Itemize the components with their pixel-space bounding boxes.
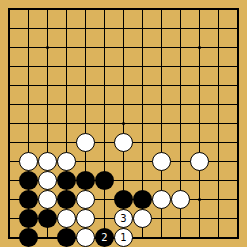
board-intersection — [190, 76, 209, 95]
grid-line-v — [161, 38, 162, 57]
board-intersection — [19, 76, 38, 95]
board-intersection — [57, 133, 76, 152]
grid-line-v — [28, 133, 29, 152]
board-intersection — [133, 0, 152, 19]
board-intersection — [133, 76, 152, 95]
grid-line-v — [218, 57, 219, 76]
white-stone — [76, 190, 95, 209]
grid-line-v — [8, 171, 10, 190]
board-intersection — [152, 0, 171, 19]
board-intersection — [76, 209, 95, 228]
grid-line-v — [8, 76, 10, 95]
grid-line-v — [47, 114, 48, 133]
board-intersection — [171, 171, 190, 190]
board-intersection — [0, 133, 19, 152]
board-intersection — [95, 133, 114, 152]
board-intersection — [209, 209, 228, 228]
grid-line-v — [180, 171, 181, 190]
board-intersection — [76, 152, 95, 171]
star-point — [198, 198, 201, 201]
board-intersection — [76, 114, 95, 133]
grid-line-v — [104, 190, 105, 209]
board-intersection — [0, 76, 19, 95]
black-stone — [57, 228, 76, 247]
board-intersection — [57, 95, 76, 114]
board-intersection — [228, 38, 247, 57]
grid-line-v — [218, 152, 219, 171]
white-stone — [76, 228, 95, 247]
grid-line-v — [66, 133, 67, 152]
grid-line-v — [180, 8, 181, 19]
board-intersection — [190, 171, 209, 190]
board-intersection — [76, 57, 95, 76]
grid-line-v — [161, 19, 162, 38]
board-intersection — [209, 57, 228, 76]
grid-line-v — [85, 152, 86, 171]
board-intersection — [209, 228, 228, 247]
board-intersection — [95, 95, 114, 114]
grid-line-v — [28, 95, 29, 114]
grid-line-v — [218, 133, 219, 152]
board-intersection — [19, 19, 38, 38]
white-stone — [152, 190, 171, 209]
board-intersection — [190, 0, 209, 19]
board-intersection — [95, 38, 114, 57]
board-intersection — [228, 95, 247, 114]
board-intersection — [76, 19, 95, 38]
grid-line-v — [8, 95, 10, 114]
grid-line-v — [47, 228, 48, 239]
grid-line-v — [237, 133, 239, 152]
grid-line-v — [123, 152, 124, 171]
board-intersection — [171, 95, 190, 114]
board-intersection — [152, 171, 171, 190]
board-intersection — [209, 190, 228, 209]
white-stone — [57, 209, 76, 228]
grid-line-v — [218, 190, 219, 209]
board-intersection — [133, 57, 152, 76]
board-intersection — [19, 133, 38, 152]
white-stone — [19, 152, 38, 171]
board-intersection — [19, 171, 38, 190]
board-intersection — [38, 95, 57, 114]
grid-line-v — [66, 19, 67, 38]
grid-line-v — [142, 76, 143, 95]
board-intersection — [95, 190, 114, 209]
board-intersection — [38, 152, 57, 171]
board-intersection — [209, 171, 228, 190]
grid-line-v — [142, 228, 143, 239]
grid-line-v — [28, 114, 29, 133]
grid-line-v — [180, 38, 181, 57]
board-intersection — [76, 38, 95, 57]
grid-line-v — [104, 209, 105, 228]
board-intersection — [171, 209, 190, 228]
grid-line-v — [199, 228, 200, 239]
board-intersection — [209, 19, 228, 38]
board-intersection — [209, 152, 228, 171]
star-point — [122, 122, 125, 125]
grid-line-v — [123, 19, 124, 38]
grid-line-v — [47, 57, 48, 76]
board-intersection — [19, 57, 38, 76]
board-intersection — [228, 171, 247, 190]
grid-line-v — [142, 133, 143, 152]
grid-line-v — [142, 95, 143, 114]
grid-line-v — [8, 152, 10, 171]
grid-line-v — [180, 228, 181, 239]
grid-line-v — [142, 114, 143, 133]
black-stone — [95, 171, 114, 190]
board-intersection — [95, 209, 114, 228]
board-intersection — [133, 228, 152, 247]
board-intersection — [57, 0, 76, 19]
board-intersection — [57, 190, 76, 209]
board-intersection — [57, 171, 76, 190]
grid-line-v — [66, 8, 67, 19]
grid-line-v — [142, 8, 143, 19]
grid-line-v — [28, 76, 29, 95]
board-intersection — [190, 95, 209, 114]
grid-line-v — [104, 152, 105, 171]
grid-line-v — [237, 228, 239, 239]
board-intersection — [38, 133, 57, 152]
board-intersection — [57, 152, 76, 171]
board-intersection — [57, 114, 76, 133]
board-intersection — [190, 228, 209, 247]
grid-line-v — [199, 76, 200, 95]
board-intersection — [19, 95, 38, 114]
grid-line-v — [28, 8, 29, 19]
grid-line-v — [85, 114, 86, 133]
board-intersection — [19, 114, 38, 133]
grid-line-v — [237, 19, 239, 38]
board-intersection — [0, 114, 19, 133]
board-intersection — [0, 152, 19, 171]
board-intersection — [95, 114, 114, 133]
grid-line-v — [161, 171, 162, 190]
grid-line-v — [28, 19, 29, 38]
board-intersection — [0, 209, 19, 228]
grid-line-v — [104, 8, 105, 19]
grid-line-v — [66, 57, 67, 76]
grid-line-v — [161, 228, 162, 239]
grid-line-v — [199, 19, 200, 38]
grid-line-v — [180, 95, 181, 114]
board-intersection — [190, 57, 209, 76]
board-intersection — [171, 228, 190, 247]
board-intersection — [152, 38, 171, 57]
board-intersection — [171, 19, 190, 38]
board-intersection — [133, 209, 152, 228]
board-intersection — [114, 57, 133, 76]
grid-line-v — [104, 57, 105, 76]
board-intersection — [57, 209, 76, 228]
board-intersection — [190, 133, 209, 152]
board-intersection — [57, 76, 76, 95]
board-intersection — [57, 38, 76, 57]
board-intersection — [114, 133, 133, 152]
board-intersection — [209, 114, 228, 133]
board-intersection — [38, 19, 57, 38]
grid-line-v — [161, 57, 162, 76]
grid-line-v — [47, 76, 48, 95]
grid-line-v — [8, 209, 10, 228]
grid-line-v — [199, 114, 200, 133]
board-intersection — [152, 190, 171, 209]
board-intersection — [114, 95, 133, 114]
board-intersection — [228, 19, 247, 38]
grid-line-v — [199, 57, 200, 76]
board-intersection — [171, 76, 190, 95]
board-intersection — [152, 114, 171, 133]
board-intersection — [95, 19, 114, 38]
grid-line-v — [85, 95, 86, 114]
grid-line-v — [180, 133, 181, 152]
grid-line-v — [142, 152, 143, 171]
board-intersection — [190, 19, 209, 38]
board-intersection — [38, 114, 57, 133]
board-intersection — [57, 228, 76, 247]
grid-line-v — [8, 133, 10, 152]
grid-line-v — [66, 114, 67, 133]
board-intersection — [38, 209, 57, 228]
board-intersection — [228, 57, 247, 76]
board-intersection — [190, 190, 209, 209]
board-intersection — [171, 114, 190, 133]
board-intersection — [133, 95, 152, 114]
board-intersection — [209, 76, 228, 95]
grid-line-v — [8, 19, 10, 38]
grid-line-v — [85, 76, 86, 95]
board-intersection — [171, 190, 190, 209]
grid-line-v — [85, 8, 86, 19]
grid-line-v — [123, 76, 124, 95]
grid-line-v — [237, 114, 239, 133]
board-intersection — [95, 76, 114, 95]
grid-line-v — [237, 38, 239, 57]
board-intersection — [0, 228, 19, 247]
star-point — [198, 46, 201, 49]
go-board: 321 — [0, 0, 247, 247]
board-intersection — [152, 95, 171, 114]
grid-line-v — [180, 57, 181, 76]
board-intersection — [114, 38, 133, 57]
white-stone — [38, 190, 57, 209]
board-intersection — [19, 152, 38, 171]
grid-line-v — [199, 8, 200, 19]
board-intersection — [228, 0, 247, 19]
board-intersection — [228, 76, 247, 95]
grid-line-v — [123, 8, 124, 19]
grid-line-v — [218, 114, 219, 133]
grid-line-v — [199, 209, 200, 228]
grid-line-v — [237, 8, 239, 19]
white-stone — [171, 190, 190, 209]
black-stone — [133, 190, 152, 209]
white-stone — [114, 133, 133, 152]
board-intersection — [152, 152, 171, 171]
grid-line-v — [66, 95, 67, 114]
grid-line-v — [237, 171, 239, 190]
grid-line-v — [237, 209, 239, 228]
board-intersection — [114, 114, 133, 133]
board-intersection — [19, 38, 38, 57]
grid-line-v — [8, 38, 10, 57]
grid-line-v — [47, 133, 48, 152]
board-intersection — [133, 190, 152, 209]
board-intersection — [114, 152, 133, 171]
grid-line-v — [161, 114, 162, 133]
grid-line-v — [237, 76, 239, 95]
grid-line-v — [161, 133, 162, 152]
black-stone — [19, 171, 38, 190]
board-intersection — [190, 209, 209, 228]
board-intersection — [190, 152, 209, 171]
grid-line-v — [8, 8, 10, 19]
board-intersection — [38, 190, 57, 209]
board-intersection — [228, 152, 247, 171]
board-intersection — [38, 38, 57, 57]
grid-line-v — [199, 133, 200, 152]
grid-line-v — [180, 152, 181, 171]
white-stone — [76, 209, 95, 228]
grid-line-v — [237, 152, 239, 171]
board-intersection — [114, 190, 133, 209]
black-stone — [38, 209, 57, 228]
white-stone — [152, 152, 171, 171]
board-intersection — [152, 228, 171, 247]
grid-line-v — [218, 171, 219, 190]
white-stone — [57, 152, 76, 171]
grid-line-v — [161, 8, 162, 19]
board-intersection: 3 — [114, 209, 133, 228]
grid-line-v — [123, 57, 124, 76]
board-intersection — [171, 133, 190, 152]
move-2-black-stone: 2 — [95, 228, 114, 247]
grid-line-v — [180, 209, 181, 228]
board-intersection — [114, 19, 133, 38]
board-intersection — [38, 0, 57, 19]
grid-line-v — [104, 114, 105, 133]
board-intersection — [95, 57, 114, 76]
grid-line-v — [66, 76, 67, 95]
board-intersection — [133, 133, 152, 152]
board-intersection — [0, 190, 19, 209]
board-intersection — [114, 0, 133, 19]
board-intersection: 2 — [95, 228, 114, 247]
grid-line-v — [123, 95, 124, 114]
grid-line-v — [142, 38, 143, 57]
board-intersection — [76, 171, 95, 190]
grid-line-v — [161, 76, 162, 95]
board-intersection — [57, 19, 76, 38]
grid-line-v — [161, 95, 162, 114]
board-intersection — [209, 95, 228, 114]
board-intersection — [19, 0, 38, 19]
board-intersection — [209, 0, 228, 19]
board-intersection — [171, 0, 190, 19]
black-stone — [19, 190, 38, 209]
board-intersection — [133, 38, 152, 57]
grid-line-v — [161, 209, 162, 228]
grid-line-v — [199, 171, 200, 190]
grid-line-v — [237, 57, 239, 76]
grid-line-v — [123, 171, 124, 190]
board-intersection — [171, 152, 190, 171]
board-intersection — [133, 114, 152, 133]
board-intersection — [76, 133, 95, 152]
board-intersection — [228, 209, 247, 228]
grid-line-v — [142, 19, 143, 38]
grid-line-v — [218, 8, 219, 19]
grid-line-v — [104, 133, 105, 152]
black-stone — [57, 190, 76, 209]
board-intersection — [38, 57, 57, 76]
board-intersection — [0, 57, 19, 76]
board-intersection — [38, 171, 57, 190]
grid-line-v — [142, 171, 143, 190]
grid-line-v — [218, 76, 219, 95]
board-intersection: 1 — [114, 228, 133, 247]
grid-line-v — [104, 19, 105, 38]
grid-line-v — [123, 38, 124, 57]
grid-line-v — [237, 190, 239, 209]
grid-line-v — [8, 57, 10, 76]
board-intersection — [76, 190, 95, 209]
board-intersection — [152, 76, 171, 95]
board-intersection — [228, 133, 247, 152]
board-intersection — [190, 38, 209, 57]
white-stone — [38, 152, 57, 171]
board-intersection — [228, 190, 247, 209]
board-intersection — [0, 95, 19, 114]
board-intersection — [171, 38, 190, 57]
board-intersection — [152, 19, 171, 38]
board-intersection — [19, 228, 38, 247]
black-stone — [114, 190, 133, 209]
board-intersection — [228, 114, 247, 133]
grid-line-v — [66, 38, 67, 57]
grid-line-v — [28, 57, 29, 76]
board-intersection — [209, 133, 228, 152]
white-stone — [133, 209, 152, 228]
board-intersection — [114, 76, 133, 95]
white-stone — [38, 171, 57, 190]
move-1-white-stone: 1 — [114, 228, 133, 247]
board-intersection — [0, 171, 19, 190]
board-intersection — [76, 0, 95, 19]
white-stone — [76, 133, 95, 152]
board-intersection — [76, 76, 95, 95]
grid-line-v — [142, 57, 143, 76]
grid-line-v — [104, 76, 105, 95]
grid-line-v — [218, 95, 219, 114]
board-intersection — [133, 152, 152, 171]
board-intersection — [95, 171, 114, 190]
move-3-white-stone: 3 — [114, 209, 133, 228]
grid-line-v — [218, 228, 219, 239]
white-stone — [190, 152, 209, 171]
grid-line-v — [104, 95, 105, 114]
board-intersection — [57, 57, 76, 76]
grid-line-v — [237, 95, 239, 114]
board-intersection — [152, 133, 171, 152]
black-stone — [76, 171, 95, 190]
black-stone — [19, 228, 38, 247]
board-intersection — [76, 228, 95, 247]
grid-line-v — [199, 95, 200, 114]
